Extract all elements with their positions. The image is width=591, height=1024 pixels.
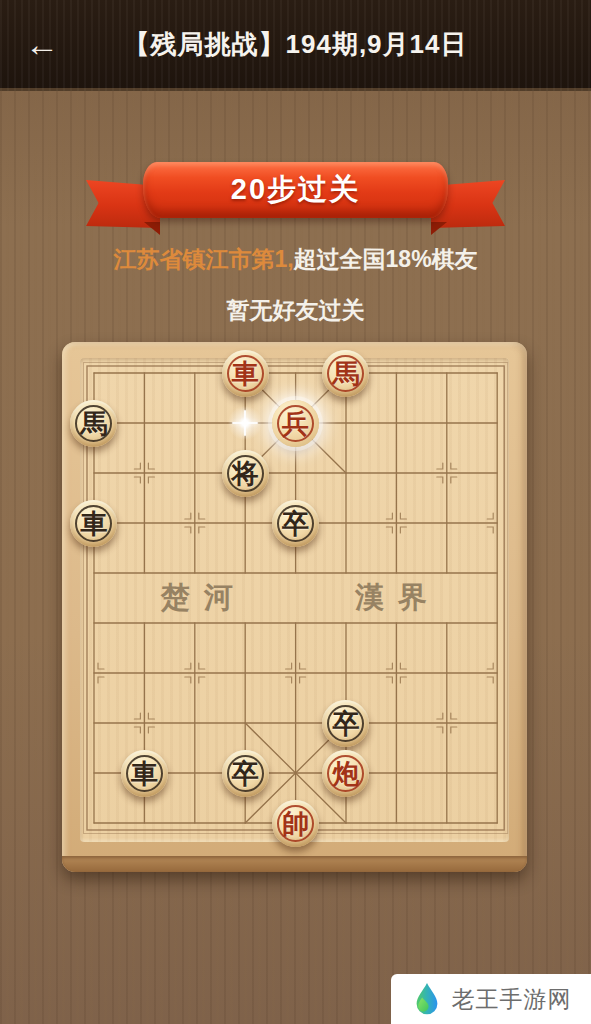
piece-black-soldier[interactable]: 卒 (322, 700, 369, 747)
challenge-banner: 20步过关 (0, 160, 591, 242)
piece-character: 車 (131, 760, 158, 787)
piece-character: 兵 (282, 410, 309, 437)
piece-red-cannon[interactable]: 炮 (322, 750, 369, 797)
piece-black-horse[interactable]: 馬 (70, 400, 117, 447)
ribbon-text: 20步过关 (231, 170, 360, 210)
piece-character: 車 (232, 360, 259, 387)
piece-character: 炮 (332, 760, 359, 787)
app-screen: ← 【残局挑战】194期,9月14日 20步过关 江苏省镇江市第1,超过全国18… (0, 0, 591, 1024)
board-grid: 車馬馬兵将車卒卒車卒炮帥 (69, 348, 523, 848)
piece-red-soldier[interactable]: 兵 (272, 400, 319, 447)
piece-character: 馬 (332, 360, 359, 387)
ribbon-band: 20步过关 (143, 162, 448, 218)
back-button[interactable]: ← (16, 0, 68, 88)
xiangqi-board[interactable]: 楚河 漢界 車馬馬兵将車卒卒車卒炮帥 (62, 342, 527, 872)
top-bar: ← 【残局挑战】194期,9月14日 (0, 0, 591, 91)
water-drop-logo (411, 981, 443, 1017)
piece-character: 卒 (332, 710, 359, 737)
rank-line: 江苏省镇江市第1,超过全国18%棋友 (0, 244, 591, 275)
stats-block: 江苏省镇江市第1,超过全国18%棋友 暂无好友过关 (0, 244, 591, 326)
piece-black-chariot[interactable]: 車 (121, 750, 168, 797)
piece-character: 馬 (80, 410, 107, 437)
piece-black-chariot[interactable]: 車 (70, 500, 117, 547)
piece-red-horse[interactable]: 馬 (322, 350, 369, 397)
piece-black-soldier[interactable]: 卒 (222, 750, 269, 797)
piece-red-general[interactable]: 帥 (272, 800, 319, 847)
board-front-edge (62, 856, 527, 872)
piece-red-chariot[interactable]: 車 (222, 350, 269, 397)
beat-percent-text: 超过全国18%棋友 (294, 246, 478, 272)
piece-character: 卒 (232, 760, 259, 787)
piece-black-general[interactable]: 将 (222, 450, 269, 497)
sparkle-highlight (224, 402, 266, 444)
friends-status-text: 暂无好友过关 (0, 295, 591, 326)
back-arrow-icon: ← (25, 27, 59, 61)
piece-character: 車 (80, 510, 107, 537)
piece-character: 卒 (282, 510, 309, 537)
watermark: 老王手游网 (391, 974, 591, 1024)
piece-character: 帥 (282, 810, 309, 837)
piece-black-soldier[interactable]: 卒 (272, 500, 319, 547)
piece-character: 将 (232, 460, 259, 487)
region-rank-text: 江苏省镇江市第1, (113, 246, 293, 272)
page-title: 【残局挑战】194期,9月14日 (124, 27, 468, 62)
watermark-site-name: 老王手游网 (452, 984, 572, 1015)
